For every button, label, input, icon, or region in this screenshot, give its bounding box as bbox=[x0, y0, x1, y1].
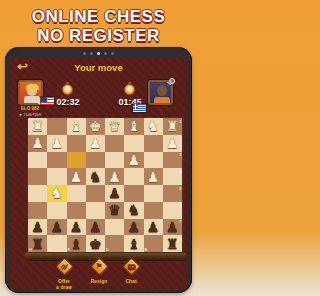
square-d5[interactable]: ♟ bbox=[105, 185, 124, 202]
file-label-c: C bbox=[125, 247, 128, 252]
square-d1[interactable]: ♛ bbox=[105, 118, 124, 135]
piece-bQ-d6: ♛ bbox=[108, 203, 121, 217]
chat-button[interactable]: Chat bbox=[111, 257, 151, 284]
piece-wP-a2: ♟ bbox=[166, 136, 179, 150]
offer-draw-button[interactable]: Offer a draw bbox=[44, 257, 84, 289]
piece-bK-e8: ♚ bbox=[89, 237, 102, 251]
avatar-me-hair bbox=[26, 84, 39, 90]
square-h7[interactable]: ♟ bbox=[28, 219, 47, 236]
carousel-dot-3[interactable] bbox=[104, 52, 107, 55]
square-a8[interactable]: ♜8A bbox=[163, 235, 182, 252]
promo-line-2: NO REGISTER bbox=[0, 26, 197, 45]
piece-wN-b1: ♞ bbox=[147, 119, 160, 133]
square-a4[interactable]: 4 bbox=[163, 168, 182, 185]
my-clock: 02:32 bbox=[50, 97, 86, 107]
file-label-b: B bbox=[145, 247, 148, 252]
square-g3[interactable] bbox=[47, 152, 66, 169]
square-e4[interactable]: ♞ bbox=[86, 168, 105, 185]
square-f3[interactable] bbox=[67, 152, 86, 169]
square-f4[interactable]: ♟ bbox=[67, 168, 86, 185]
piece-wP-e2: ♟ bbox=[89, 136, 102, 150]
rank-label-6: 6 bbox=[179, 202, 181, 207]
piece-bN-c6: ♞ bbox=[128, 203, 141, 217]
promo-line-1: ONLINE CHESS bbox=[0, 7, 197, 26]
square-e6[interactable] bbox=[86, 202, 105, 219]
chat-label: Chat bbox=[111, 278, 151, 284]
piece-bP-d5: ♟ bbox=[108, 186, 121, 200]
square-h8[interactable]: ♜H bbox=[28, 235, 47, 252]
square-g4[interactable] bbox=[47, 168, 66, 185]
square-c8[interactable]: ♝C bbox=[124, 235, 143, 252]
square-f5[interactable] bbox=[67, 185, 86, 202]
chat-bubble-icon bbox=[127, 264, 135, 270]
square-g5[interactable]: ♞ bbox=[47, 185, 66, 202]
square-h2[interactable]: ♟ bbox=[28, 135, 47, 152]
square-a5[interactable]: 5 bbox=[163, 185, 182, 202]
piece-wB-c1: ♝ bbox=[128, 119, 141, 133]
piece-wP-f4: ♟ bbox=[70, 170, 83, 184]
piece-bR-a8: ♜ bbox=[166, 237, 179, 251]
promo-banner: ONLINE CHESS NO REGISTER bbox=[0, 7, 197, 45]
rank-label-5: 5 bbox=[179, 186, 181, 191]
piece-wK-e1: ♚ bbox=[89, 119, 102, 133]
file-label-a: A bbox=[164, 247, 167, 252]
piece-bB-f8: ♝ bbox=[70, 237, 83, 251]
piece-wP-h2: ♟ bbox=[31, 136, 44, 150]
piece-bP-b7: ♟ bbox=[147, 220, 160, 234]
players-bar: ELO 982 ★ #1407209 02:32 01:45 bbox=[10, 78, 187, 118]
piece-wP-b4: ♟ bbox=[147, 170, 160, 184]
square-f6[interactable] bbox=[67, 202, 86, 219]
square-g2[interactable]: ♟ bbox=[47, 135, 66, 152]
square-d7[interactable] bbox=[105, 219, 124, 236]
square-h4[interactable] bbox=[28, 168, 47, 185]
square-e5[interactable] bbox=[86, 185, 105, 202]
opponent-clock-icon bbox=[124, 84, 135, 95]
piece-wN-g5: ♞ bbox=[51, 186, 64, 200]
piece-bP-f7: ♟ bbox=[70, 220, 83, 234]
piece-wP-g2: ♟ bbox=[51, 136, 64, 150]
square-d6[interactable]: ♛ bbox=[105, 202, 124, 219]
greece-flag-icon bbox=[133, 104, 146, 112]
square-g8[interactable]: G bbox=[47, 235, 66, 252]
handshake-icon bbox=[55, 257, 73, 275]
square-b4[interactable]: ♟ bbox=[144, 168, 163, 185]
square-b1[interactable]: ♞ bbox=[144, 118, 163, 135]
square-b2[interactable] bbox=[144, 135, 163, 152]
my-elo: ELO 982 bbox=[12, 106, 48, 111]
piece-bP-h7: ♟ bbox=[31, 220, 44, 234]
square-c6[interactable]: ♞ bbox=[124, 202, 143, 219]
app-screen: ↩ Your move ELO 982 ★ #1407209 02:32 01:… bbox=[10, 58, 187, 289]
square-f1[interactable]: ♝ bbox=[67, 118, 86, 135]
square-b6[interactable] bbox=[144, 202, 163, 219]
turn-status-title: Your move bbox=[10, 62, 187, 73]
square-e1[interactable]: ♚ bbox=[86, 118, 105, 135]
carousel-dot-0[interactable] bbox=[83, 52, 86, 55]
piece-bB-c8: ♝ bbox=[128, 237, 141, 251]
square-e7[interactable]: ♟ bbox=[86, 219, 105, 236]
piece-wP-d4: ♟ bbox=[108, 170, 121, 184]
piece-wP-c3: ♟ bbox=[128, 153, 141, 167]
rank-label-3: 3 bbox=[179, 152, 181, 157]
piece-bP-c7: ♟ bbox=[128, 220, 141, 234]
piece-bP-g7: ♟ bbox=[51, 220, 64, 234]
tablet-mockup: ↩ Your move ELO 982 ★ #1407209 02:32 01:… bbox=[5, 47, 192, 293]
avatar-opponent-face bbox=[157, 85, 167, 96]
square-d3[interactable] bbox=[105, 152, 124, 169]
square-g1[interactable] bbox=[47, 118, 66, 135]
rank-label-4: 4 bbox=[179, 169, 181, 174]
rank-label-2: 2 bbox=[179, 135, 181, 140]
file-label-g: G bbox=[48, 247, 51, 252]
square-g7[interactable]: ♟ bbox=[47, 219, 66, 236]
piece-wQ-d1: ♛ bbox=[108, 119, 121, 133]
carousel-dots[interactable] bbox=[5, 52, 192, 55]
rank-label-7: 7 bbox=[179, 219, 181, 224]
my-clock-icon bbox=[62, 84, 73, 95]
rank-label-1: 1 bbox=[179, 119, 181, 124]
square-f2[interactable] bbox=[67, 135, 86, 152]
carousel-dot-4[interactable] bbox=[111, 52, 114, 55]
square-d4[interactable]: ♟ bbox=[105, 168, 124, 185]
square-c4[interactable] bbox=[124, 168, 143, 185]
square-e2[interactable]: ♟ bbox=[86, 135, 105, 152]
piece-bP-a7: ♟ bbox=[166, 220, 179, 234]
square-c2[interactable] bbox=[124, 135, 143, 152]
piece-bN-e4: ♞ bbox=[89, 170, 102, 184]
carousel-dot-2[interactable] bbox=[97, 52, 100, 55]
square-d8[interactable]: D bbox=[105, 235, 124, 252]
zoom-avatar-opponent-icon[interactable] bbox=[169, 78, 175, 84]
square-h6[interactable] bbox=[28, 202, 47, 219]
square-c7[interactable]: ♟ bbox=[124, 219, 143, 236]
file-label-h: H bbox=[29, 247, 32, 252]
square-c3[interactable]: ♟ bbox=[124, 152, 143, 169]
square-a1[interactable]: ♜1 bbox=[163, 118, 182, 135]
square-a2[interactable]: ♟2 bbox=[163, 135, 182, 152]
square-b7[interactable]: ♟ bbox=[144, 219, 163, 236]
square-e8[interactable]: ♚E bbox=[86, 235, 105, 252]
rank-label-8: 8 bbox=[179, 236, 181, 241]
chess-board-frame: ♜♝♚♛♝♞♜1♟♟♟♟2♟3♟♞♟♟4♞♟5♛♞6♟♟♟♟♟♟♟7♜HG♝F♚… bbox=[27, 117, 184, 254]
piece-wR-a1: ♜ bbox=[166, 119, 179, 133]
square-b8[interactable]: B bbox=[144, 235, 163, 252]
square-a7[interactable]: ♟7 bbox=[163, 219, 182, 236]
square-h5[interactable] bbox=[28, 185, 47, 202]
square-a6[interactable]: 6 bbox=[163, 202, 182, 219]
piece-wB-f1: ♝ bbox=[70, 119, 83, 133]
square-f7[interactable]: ♟ bbox=[67, 219, 86, 236]
file-label-d: D bbox=[106, 247, 109, 252]
file-label-f: F bbox=[68, 247, 70, 252]
square-h3[interactable] bbox=[28, 152, 47, 169]
my-player-id: ★ #1407209 bbox=[12, 112, 48, 117]
square-b3[interactable] bbox=[144, 152, 163, 169]
avatar-opponent-shirt bbox=[154, 97, 170, 105]
square-d2[interactable] bbox=[105, 135, 124, 152]
resign-flag-icon: ⚑ bbox=[95, 262, 102, 270]
carousel-dot-1[interactable] bbox=[90, 52, 93, 55]
square-a3[interactable]: 3 bbox=[163, 152, 182, 169]
square-g6[interactable] bbox=[47, 202, 66, 219]
piece-wR-h1: ♜ bbox=[31, 119, 44, 133]
square-c1[interactable]: ♝ bbox=[124, 118, 143, 135]
offer-draw-label-2: a draw bbox=[44, 284, 84, 289]
square-c5[interactable] bbox=[124, 185, 143, 202]
file-label-e: E bbox=[87, 247, 90, 252]
piece-bR-h8: ♜ bbox=[31, 237, 44, 251]
square-f8[interactable]: ♝F bbox=[67, 235, 86, 252]
square-b5[interactable] bbox=[144, 185, 163, 202]
piece-bP-e7: ♟ bbox=[89, 220, 102, 234]
chess-board[interactable]: ♜♝♚♛♝♞♜1♟♟♟♟2♟3♟♞♟♟4♞♟5♛♞6♟♟♟♟♟♟♟7♜HG♝F♚… bbox=[28, 118, 182, 252]
square-h1[interactable]: ♜ bbox=[28, 118, 47, 135]
square-e3[interactable] bbox=[86, 152, 105, 169]
